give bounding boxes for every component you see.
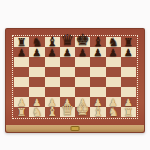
square-g6[interactable] [106, 57, 121, 67]
square-h5[interactable] [121, 67, 136, 77]
square-e3[interactable] [75, 87, 90, 97]
square-e5[interactable] [75, 67, 90, 77]
square-c3[interactable] [45, 87, 60, 97]
square-d3[interactable] [60, 87, 75, 97]
board-frame: ♜♞♝♛♚♝♞♜♟♟♟♟♟♟♟♟♟♟♟♟♟♟♟♟♜♞♝♛♚♝♞♜ [12, 35, 138, 119]
square-h1[interactable]: ♜ [121, 107, 136, 117]
square-e8[interactable]: ♚ [75, 37, 90, 47]
square-h4[interactable] [121, 77, 136, 87]
square-b6[interactable] [29, 57, 44, 67]
square-b1[interactable]: ♞ [29, 107, 44, 117]
square-e4[interactable] [75, 77, 90, 87]
piece-white-knight[interactable]: ♞ [108, 106, 119, 118]
piece-black-queen[interactable]: ♛ [61, 33, 74, 48]
square-g1[interactable]: ♞ [106, 107, 121, 117]
square-b4[interactable] [29, 77, 44, 87]
piece-black-king[interactable]: ♚ [75, 32, 89, 48]
piece-white-queen[interactable]: ♛ [61, 103, 74, 118]
chess-board: ♜♞♝♛♚♝♞♜♟♟♟♟♟♟♟♟♟♟♟♟♟♟♟♟♜♞♝♛♚♝♞♜ [14, 37, 136, 117]
square-f6[interactable] [90, 57, 105, 67]
piece-black-pawn[interactable]: ♟ [63, 48, 72, 58]
piece-black-pawn[interactable]: ♟ [17, 48, 26, 58]
square-b5[interactable] [29, 67, 44, 77]
piece-white-bishop[interactable]: ♝ [46, 105, 58, 118]
piece-white-knight[interactable]: ♞ [31, 106, 42, 118]
square-a1[interactable]: ♜ [14, 107, 29, 117]
square-f4[interactable] [90, 77, 105, 87]
square-h3[interactable] [121, 87, 136, 97]
piece-black-pawn[interactable]: ♟ [48, 48, 57, 58]
square-f5[interactable] [90, 67, 105, 77]
chess-set-photo: ♜♞♝♛♚♝♞♜♟♟♟♟♟♟♟♟♟♟♟♟♟♟♟♟♜♞♝♛♚♝♞♜ [0, 0, 150, 150]
folding-chess-box: ♜♞♝♛♚♝♞♜♟♟♟♟♟♟♟♟♟♟♟♟♟♟♟♟♜♞♝♛♚♝♞♜ [5, 28, 145, 133]
square-e1[interactable]: ♚ [75, 107, 90, 117]
square-b8[interactable]: ♞ [29, 37, 44, 47]
piece-white-bishop[interactable]: ♝ [92, 105, 104, 118]
square-h6[interactable] [121, 57, 136, 67]
square-g8[interactable]: ♞ [106, 37, 121, 47]
square-a6[interactable] [14, 57, 29, 67]
piece-white-rook[interactable]: ♜ [17, 107, 27, 118]
square-h7[interactable]: ♟ [121, 47, 136, 57]
square-d8[interactable]: ♛ [60, 37, 75, 47]
piece-black-pawn[interactable]: ♟ [78, 48, 87, 58]
piece-white-king[interactable]: ♚ [75, 102, 89, 118]
square-h8[interactable]: ♜ [121, 37, 136, 47]
square-d4[interactable] [60, 77, 75, 87]
piece-black-pawn[interactable]: ♟ [93, 48, 102, 58]
piece-black-pawn[interactable]: ♟ [32, 48, 41, 58]
square-f3[interactable] [90, 87, 105, 97]
square-c8[interactable]: ♝ [45, 37, 60, 47]
piece-black-pawn[interactable]: ♟ [124, 48, 133, 58]
square-a8[interactable]: ♜ [14, 37, 29, 47]
square-g3[interactable] [106, 87, 121, 97]
square-d5[interactable] [60, 67, 75, 77]
square-d1[interactable]: ♛ [60, 107, 75, 117]
square-d6[interactable] [60, 57, 75, 67]
box-edge [6, 125, 144, 132]
square-c1[interactable]: ♝ [45, 107, 60, 117]
square-g4[interactable] [106, 77, 121, 87]
square-e6[interactable] [75, 57, 90, 67]
square-c4[interactable] [45, 77, 60, 87]
square-a7[interactable]: ♟ [14, 47, 29, 57]
square-a5[interactable] [14, 67, 29, 77]
square-c6[interactable] [45, 57, 60, 67]
square-g5[interactable] [106, 67, 121, 77]
square-c5[interactable] [45, 67, 60, 77]
piece-black-pawn[interactable]: ♟ [109, 48, 118, 58]
piece-white-rook[interactable]: ♜ [123, 107, 133, 118]
brass-latch [71, 126, 80, 131]
square-a3[interactable] [14, 87, 29, 97]
square-f8[interactable]: ♝ [90, 37, 105, 47]
square-f1[interactable]: ♝ [90, 107, 105, 117]
square-a4[interactable] [14, 77, 29, 87]
square-b3[interactable] [29, 87, 44, 97]
